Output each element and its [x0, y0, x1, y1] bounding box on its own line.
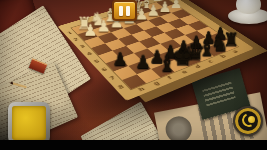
- round-gold-button[interactable]: [233, 106, 263, 136]
- swirl-icon: [242, 114, 255, 127]
- file-label-e: e: [180, 69, 189, 75]
- gold-tile-icon: [12, 106, 46, 140]
- rank-label-4: 4: [85, 51, 93, 56]
- letterbox-bar: [0, 140, 267, 150]
- piece-wp-h2[interactable]: ♟: [83, 23, 98, 39]
- gold-square-button[interactable]: [8, 102, 50, 144]
- piece-bp-g7[interactable]: ♟: [135, 54, 152, 72]
- file-label-c: c: [206, 59, 215, 65]
- file-label-f: f: [166, 75, 174, 81]
- file-label-d: d: [193, 64, 203, 70]
- teacup-and-saucer: [228, 0, 267, 28]
- rank-label-6: 6: [100, 67, 109, 73]
- rank-label-1: 1: [66, 31, 73, 36]
- rank-label-8: 8: [116, 84, 125, 91]
- file-label-a: a: [231, 49, 240, 54]
- piece-wp-g2[interactable]: ♟: [96, 19, 111, 35]
- game-screen: ♜♞♝♚♛♝♞♜♟♟♟♟♟♟♟♟♟♟♟♟♟♟♟♟♝♚♛♝♞♜ 12345678h…: [0, 0, 267, 150]
- piece-bb-f8[interactable]: ♝: [158, 53, 175, 74]
- pause-icon: [119, 6, 130, 16]
- file-label-h: h: [137, 86, 147, 93]
- file-label-g: g: [152, 80, 162, 87]
- piece-bp-h6[interactable]: ♟: [112, 51, 129, 69]
- rank-label-2: 2: [72, 37, 80, 42]
- rank-label-3: 3: [79, 44, 87, 49]
- pause-button[interactable]: [112, 0, 137, 21]
- file-label-b: b: [219, 54, 228, 60]
- rank-label-5: 5: [93, 59, 101, 65]
- rank-label-7: 7: [108, 75, 117, 81]
